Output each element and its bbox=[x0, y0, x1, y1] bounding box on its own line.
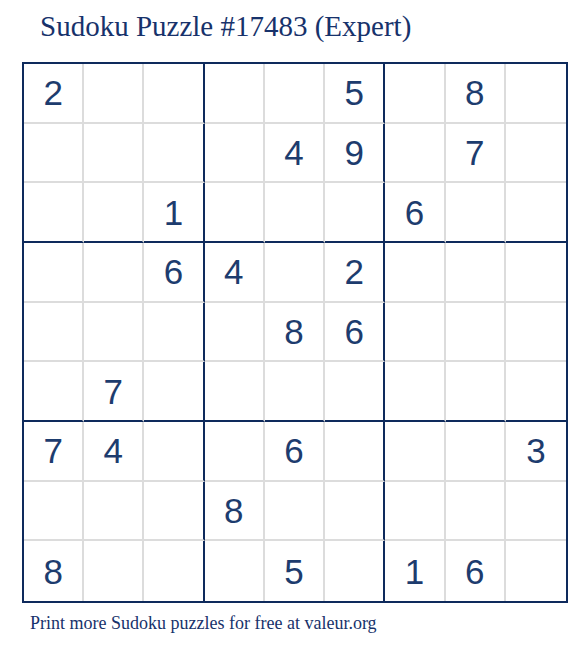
cell-r3c9[interactable] bbox=[506, 183, 566, 243]
cell-r6c7[interactable] bbox=[385, 362, 445, 422]
cell-r3c7[interactable]: 6 bbox=[385, 183, 445, 243]
sudoku-board: 25849716642867746388516 bbox=[22, 62, 568, 603]
cell-r6c1[interactable] bbox=[24, 362, 84, 422]
cell-r4c6[interactable]: 2 bbox=[325, 243, 385, 303]
cell-r2c1[interactable] bbox=[24, 124, 84, 184]
cell-r7c5[interactable]: 6 bbox=[265, 422, 325, 482]
cell-r4c8[interactable] bbox=[446, 243, 506, 303]
cell-r8c8[interactable] bbox=[446, 482, 506, 542]
puzzle-title: Sudoku Puzzle #17483 (Expert) bbox=[40, 10, 411, 43]
cell-r5c4[interactable] bbox=[205, 303, 265, 363]
cell-r7c7[interactable] bbox=[385, 422, 445, 482]
cell-r9c2[interactable] bbox=[84, 541, 144, 601]
cell-r1c2[interactable] bbox=[84, 64, 144, 124]
cell-r2c4[interactable] bbox=[205, 124, 265, 184]
cell-r1c3[interactable] bbox=[144, 64, 204, 124]
cell-r7c1[interactable]: 7 bbox=[24, 422, 84, 482]
cell-r7c2[interactable]: 4 bbox=[84, 422, 144, 482]
cell-r5c2[interactable] bbox=[84, 303, 144, 363]
cell-r9c4[interactable] bbox=[205, 541, 265, 601]
cell-r8c2[interactable] bbox=[84, 482, 144, 542]
cell-r6c2[interactable]: 7 bbox=[84, 362, 144, 422]
cell-r4c3[interactable]: 6 bbox=[144, 243, 204, 303]
cell-r1c4[interactable] bbox=[205, 64, 265, 124]
cell-r7c8[interactable] bbox=[446, 422, 506, 482]
cell-r9c1[interactable]: 8 bbox=[24, 541, 84, 601]
cell-r2c8[interactable]: 7 bbox=[446, 124, 506, 184]
cell-r8c9[interactable] bbox=[506, 482, 566, 542]
cell-r5c8[interactable] bbox=[446, 303, 506, 363]
footer-text: Print more Sudoku puzzles for free at va… bbox=[30, 613, 377, 634]
cell-r7c4[interactable] bbox=[205, 422, 265, 482]
cell-r6c3[interactable] bbox=[144, 362, 204, 422]
cell-r6c8[interactable] bbox=[446, 362, 506, 422]
cell-r6c6[interactable] bbox=[325, 362, 385, 422]
cell-r6c5[interactable] bbox=[265, 362, 325, 422]
cell-r5c9[interactable] bbox=[506, 303, 566, 363]
cell-r8c1[interactable] bbox=[24, 482, 84, 542]
cell-r3c1[interactable] bbox=[24, 183, 84, 243]
cell-r3c3[interactable]: 1 bbox=[144, 183, 204, 243]
cell-r1c7[interactable] bbox=[385, 64, 445, 124]
cell-r4c4[interactable]: 4 bbox=[205, 243, 265, 303]
cell-r9c8[interactable]: 6 bbox=[446, 541, 506, 601]
cell-r1c6[interactable]: 5 bbox=[325, 64, 385, 124]
cell-r4c1[interactable] bbox=[24, 243, 84, 303]
cell-r3c5[interactable] bbox=[265, 183, 325, 243]
cell-r1c1[interactable]: 2 bbox=[24, 64, 84, 124]
cell-r8c7[interactable] bbox=[385, 482, 445, 542]
cell-r3c6[interactable] bbox=[325, 183, 385, 243]
cell-r4c2[interactable] bbox=[84, 243, 144, 303]
cell-r7c9[interactable]: 3 bbox=[506, 422, 566, 482]
cell-r1c9[interactable] bbox=[506, 64, 566, 124]
cell-r5c3[interactable] bbox=[144, 303, 204, 363]
cell-r9c3[interactable] bbox=[144, 541, 204, 601]
cell-r2c5[interactable]: 4 bbox=[265, 124, 325, 184]
cell-r4c5[interactable] bbox=[265, 243, 325, 303]
cell-r9c9[interactable] bbox=[506, 541, 566, 601]
cell-r9c5[interactable]: 5 bbox=[265, 541, 325, 601]
cell-r2c3[interactable] bbox=[144, 124, 204, 184]
cell-r2c7[interactable] bbox=[385, 124, 445, 184]
cell-r5c5[interactable]: 8 bbox=[265, 303, 325, 363]
cell-r5c1[interactable] bbox=[24, 303, 84, 363]
cell-r2c6[interactable]: 9 bbox=[325, 124, 385, 184]
cell-r8c4[interactable]: 8 bbox=[205, 482, 265, 542]
cell-r3c8[interactable] bbox=[446, 183, 506, 243]
cell-r3c2[interactable] bbox=[84, 183, 144, 243]
cell-r9c7[interactable]: 1 bbox=[385, 541, 445, 601]
cell-r3c4[interactable] bbox=[205, 183, 265, 243]
cell-r5c7[interactable] bbox=[385, 303, 445, 363]
cell-r2c9[interactable] bbox=[506, 124, 566, 184]
cell-r8c6[interactable] bbox=[325, 482, 385, 542]
cell-r8c3[interactable] bbox=[144, 482, 204, 542]
cell-r9c6[interactable] bbox=[325, 541, 385, 601]
cell-r7c3[interactable] bbox=[144, 422, 204, 482]
cell-r8c5[interactable] bbox=[265, 482, 325, 542]
cell-r6c9[interactable] bbox=[506, 362, 566, 422]
cell-r4c9[interactable] bbox=[506, 243, 566, 303]
cell-r1c5[interactable] bbox=[265, 64, 325, 124]
cell-r5c6[interactable]: 6 bbox=[325, 303, 385, 363]
cell-r6c4[interactable] bbox=[205, 362, 265, 422]
cell-r2c2[interactable] bbox=[84, 124, 144, 184]
cell-r7c6[interactable] bbox=[325, 422, 385, 482]
cell-r1c8[interactable]: 8 bbox=[446, 64, 506, 124]
cell-r4c7[interactable] bbox=[385, 243, 445, 303]
